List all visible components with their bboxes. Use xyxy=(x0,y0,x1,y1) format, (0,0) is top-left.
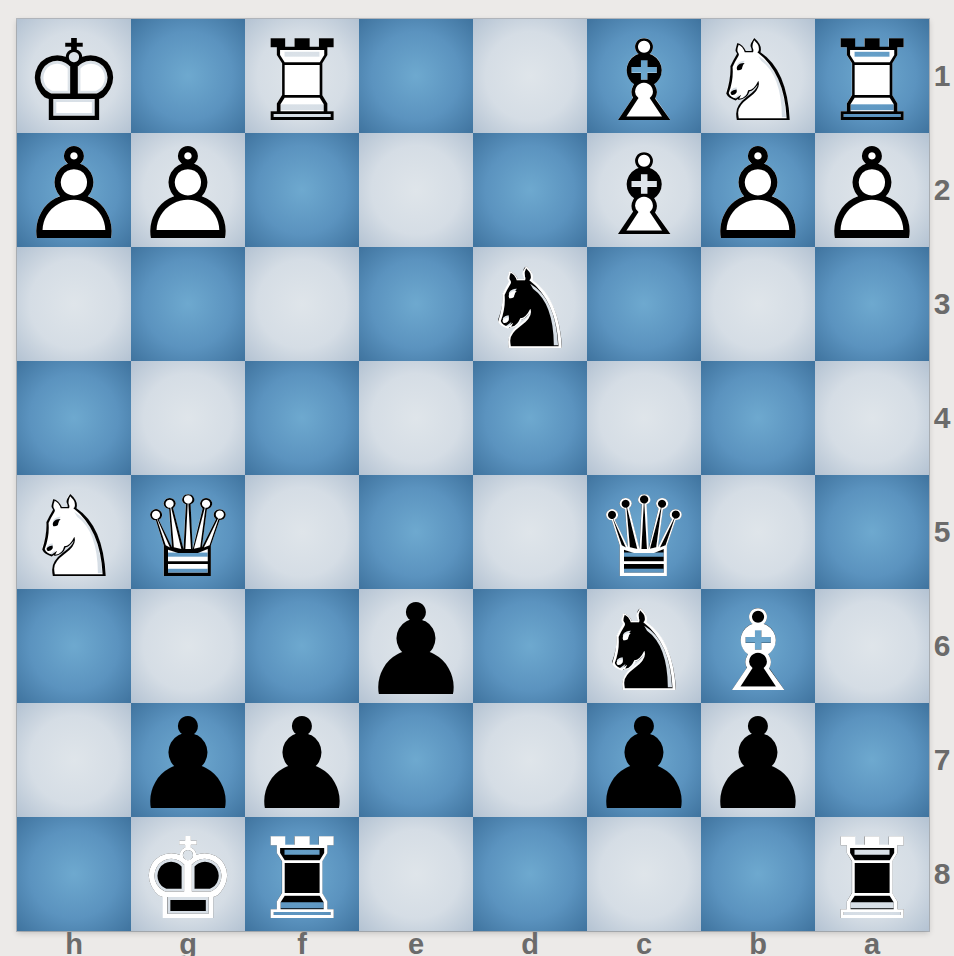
white-pawn-glyph-outline: ♙ xyxy=(815,138,929,252)
white-rook-glyph-fill: ♜ xyxy=(815,24,929,138)
black-queen-glyph-outline: ♕ xyxy=(587,480,701,594)
piece-black-bishop[interactable]: ♝♗ xyxy=(701,589,815,703)
square-g8[interactable]: ♚♔ xyxy=(131,817,245,931)
square-f5[interactable] xyxy=(245,475,359,589)
piece-black-king[interactable]: ♚♔ xyxy=(131,817,245,931)
piece-black-pawn[interactable]: ♟♙ xyxy=(245,703,359,817)
square-c1[interactable]: ♝♗ xyxy=(587,19,701,133)
piece-white-pawn[interactable]: ♟♙ xyxy=(815,133,929,247)
chess-app: ♚♔♜♖♝♗♞♘♜♖♟♙♟♙♝♗♟♙♟♙♞♘♞♘♛♕♛♕♟♙♞♘♝♗♟♙♟♙♟♙… xyxy=(0,0,954,956)
white-bishop-glyph-outline: ♗ xyxy=(587,138,701,252)
piece-white-knight[interactable]: ♞♘ xyxy=(17,475,131,589)
square-d5[interactable] xyxy=(473,475,587,589)
white-bishop-glyph-outline: ♗ xyxy=(587,24,701,138)
square-g4[interactable] xyxy=(131,361,245,475)
white-king-glyph-outline: ♔ xyxy=(17,24,131,138)
square-h6[interactable] xyxy=(17,589,131,703)
black-pawn-glyph-fill: ♟ xyxy=(245,708,359,822)
square-d1[interactable] xyxy=(473,19,587,133)
rank-label-2: 2 xyxy=(930,133,954,247)
black-rook-glyph-outline: ♖ xyxy=(245,822,359,936)
black-king-glyph-outline: ♔ xyxy=(131,822,245,936)
white-rook-glyph-fill: ♜ xyxy=(245,24,359,138)
chess-board: ♚♔♜♖♝♗♞♘♜♖♟♙♟♙♝♗♟♙♟♙♞♘♞♘♛♕♛♕♟♙♞♘♝♗♟♙♟♙♟♙… xyxy=(17,19,929,931)
square-h4[interactable] xyxy=(17,361,131,475)
piece-black-pawn[interactable]: ♟♙ xyxy=(359,589,473,703)
square-d6[interactable] xyxy=(473,589,587,703)
piece-black-rook[interactable]: ♜♖ xyxy=(245,817,359,931)
rank-label-4: 4 xyxy=(930,361,954,475)
file-label-a: a xyxy=(815,931,929,956)
white-pawn-glyph-fill: ♟ xyxy=(131,138,245,252)
square-h2[interactable]: ♟♙ xyxy=(17,133,131,247)
file-label-d: d xyxy=(473,931,587,956)
piece-white-rook[interactable]: ♜♖ xyxy=(245,19,359,133)
rank-label-5: 5 xyxy=(930,475,954,589)
square-c2[interactable]: ♝♗ xyxy=(587,133,701,247)
piece-white-king[interactable]: ♚♔ xyxy=(17,19,131,133)
white-knight-glyph-outline: ♘ xyxy=(17,480,131,594)
piece-white-bishop[interactable]: ♝♗ xyxy=(587,19,701,133)
square-e3[interactable] xyxy=(359,247,473,361)
white-pawn-glyph-outline: ♙ xyxy=(701,138,815,252)
square-b5[interactable] xyxy=(701,475,815,589)
black-pawn-glyph-fill: ♟ xyxy=(131,708,245,822)
square-a1[interactable]: ♜♖ xyxy=(815,19,929,133)
square-b2[interactable]: ♟♙ xyxy=(701,133,815,247)
black-bishop-glyph-outline: ♗ xyxy=(701,594,815,708)
piece-white-queen[interactable]: ♛♕ xyxy=(131,475,245,589)
square-g5[interactable]: ♛♕ xyxy=(131,475,245,589)
square-a5[interactable] xyxy=(815,475,929,589)
square-a3[interactable] xyxy=(815,247,929,361)
square-a7[interactable] xyxy=(815,703,929,817)
square-d7[interactable] xyxy=(473,703,587,817)
white-queen-glyph-fill: ♛ xyxy=(131,480,245,594)
black-king-glyph-fill: ♚ xyxy=(131,822,245,936)
square-e4[interactable] xyxy=(359,361,473,475)
square-f1[interactable]: ♜♖ xyxy=(245,19,359,133)
square-c4[interactable] xyxy=(587,361,701,475)
piece-black-knight[interactable]: ♞♘ xyxy=(587,589,701,703)
square-b3[interactable] xyxy=(701,247,815,361)
square-h5[interactable]: ♞♘ xyxy=(17,475,131,589)
square-e6[interactable]: ♟♙ xyxy=(359,589,473,703)
black-knight-glyph-fill: ♞ xyxy=(587,594,701,708)
square-b4[interactable] xyxy=(701,361,815,475)
white-pawn-glyph-outline: ♙ xyxy=(131,138,245,252)
white-knight-glyph-fill: ♞ xyxy=(701,24,815,138)
piece-black-pawn[interactable]: ♟♙ xyxy=(587,703,701,817)
square-a4[interactable] xyxy=(815,361,929,475)
piece-black-knight[interactable]: ♞♘ xyxy=(473,247,587,361)
square-h8[interactable] xyxy=(17,817,131,931)
square-h1[interactable]: ♚♔ xyxy=(17,19,131,133)
file-label-c: c xyxy=(587,931,701,956)
square-c3[interactable] xyxy=(587,247,701,361)
black-queen-glyph-fill: ♛ xyxy=(587,480,701,594)
file-coordinates: hgfedcba xyxy=(17,931,929,956)
square-g3[interactable] xyxy=(131,247,245,361)
white-king-glyph-fill: ♚ xyxy=(17,24,131,138)
black-rook-glyph-fill: ♜ xyxy=(815,822,929,936)
black-pawn-glyph-fill: ♟ xyxy=(701,708,815,822)
black-rook-glyph-outline: ♖ xyxy=(815,822,929,936)
black-pawn-glyph-fill: ♟ xyxy=(359,594,473,708)
piece-white-bishop[interactable]: ♝♗ xyxy=(587,133,701,247)
square-f7[interactable]: ♟♙ xyxy=(245,703,359,817)
piece-black-queen[interactable]: ♛♕ xyxy=(587,475,701,589)
black-knight-glyph-outline: ♘ xyxy=(473,252,587,366)
square-d2[interactable] xyxy=(473,133,587,247)
square-g2[interactable]: ♟♙ xyxy=(131,133,245,247)
file-label-b: b xyxy=(701,931,815,956)
square-d3[interactable]: ♞♘ xyxy=(473,247,587,361)
square-f8[interactable]: ♜♖ xyxy=(245,817,359,931)
black-knight-glyph-fill: ♞ xyxy=(473,252,587,366)
square-d4[interactable] xyxy=(473,361,587,475)
white-pawn-glyph-fill: ♟ xyxy=(17,138,131,252)
rank-label-8: 8 xyxy=(930,817,954,931)
piece-white-pawn[interactable]: ♟♙ xyxy=(701,133,815,247)
rank-coordinates: 12345678 xyxy=(930,19,954,931)
square-e8[interactable] xyxy=(359,817,473,931)
square-a8[interactable]: ♜♖ xyxy=(815,817,929,931)
white-bishop-glyph-fill: ♝ xyxy=(587,24,701,138)
square-e5[interactable] xyxy=(359,475,473,589)
square-c8[interactable] xyxy=(587,817,701,931)
white-pawn-glyph-outline: ♙ xyxy=(17,138,131,252)
rank-label-6: 6 xyxy=(930,589,954,703)
piece-white-pawn[interactable]: ♟♙ xyxy=(131,133,245,247)
square-c7[interactable]: ♟♙ xyxy=(587,703,701,817)
white-knight-glyph-fill: ♞ xyxy=(17,480,131,594)
square-a2[interactable]: ♟♙ xyxy=(815,133,929,247)
white-knight-glyph-outline: ♘ xyxy=(701,24,815,138)
piece-white-rook[interactable]: ♜♖ xyxy=(815,19,929,133)
square-g7[interactable]: ♟♙ xyxy=(131,703,245,817)
black-rook-glyph-fill: ♜ xyxy=(245,822,359,936)
white-bishop-glyph-fill: ♝ xyxy=(587,138,701,252)
piece-black-pawn[interactable]: ♟♙ xyxy=(131,703,245,817)
piece-white-knight[interactable]: ♞♘ xyxy=(701,19,815,133)
square-a6[interactable] xyxy=(815,589,929,703)
white-rook-glyph-outline: ♖ xyxy=(245,24,359,138)
piece-black-pawn[interactable]: ♟♙ xyxy=(701,703,815,817)
square-b7[interactable]: ♟♙ xyxy=(701,703,815,817)
square-h3[interactable] xyxy=(17,247,131,361)
square-e7[interactable] xyxy=(359,703,473,817)
square-b6[interactable]: ♝♗ xyxy=(701,589,815,703)
rank-label-3: 3 xyxy=(930,247,954,361)
square-c5[interactable]: ♛♕ xyxy=(587,475,701,589)
file-label-f: f xyxy=(245,931,359,956)
square-e2[interactable] xyxy=(359,133,473,247)
square-f4[interactable] xyxy=(245,361,359,475)
square-g1[interactable] xyxy=(131,19,245,133)
square-f6[interactable] xyxy=(245,589,359,703)
square-b1[interactable]: ♞♘ xyxy=(701,19,815,133)
square-f3[interactable] xyxy=(245,247,359,361)
piece-white-pawn[interactable]: ♟♙ xyxy=(17,133,131,247)
white-pawn-glyph-fill: ♟ xyxy=(815,138,929,252)
square-g6[interactable] xyxy=(131,589,245,703)
square-h7[interactable] xyxy=(17,703,131,817)
rank-label-7: 7 xyxy=(930,703,954,817)
black-pawn-glyph-fill: ♟ xyxy=(587,708,701,822)
piece-black-rook[interactable]: ♜♖ xyxy=(815,817,929,931)
file-label-h: h xyxy=(17,931,131,956)
file-label-g: g xyxy=(131,931,245,956)
white-rook-glyph-outline: ♖ xyxy=(815,24,929,138)
square-c6[interactable]: ♞♘ xyxy=(587,589,701,703)
white-pawn-glyph-fill: ♟ xyxy=(701,138,815,252)
file-label-e: e xyxy=(359,931,473,956)
black-knight-glyph-outline: ♘ xyxy=(587,594,701,708)
square-f2[interactable] xyxy=(245,133,359,247)
square-b8[interactable] xyxy=(701,817,815,931)
white-queen-glyph-outline: ♕ xyxy=(131,480,245,594)
square-e1[interactable] xyxy=(359,19,473,133)
rank-label-1: 1 xyxy=(930,19,954,133)
black-bishop-glyph-fill: ♝ xyxy=(701,594,815,708)
square-d8[interactable] xyxy=(473,817,587,931)
